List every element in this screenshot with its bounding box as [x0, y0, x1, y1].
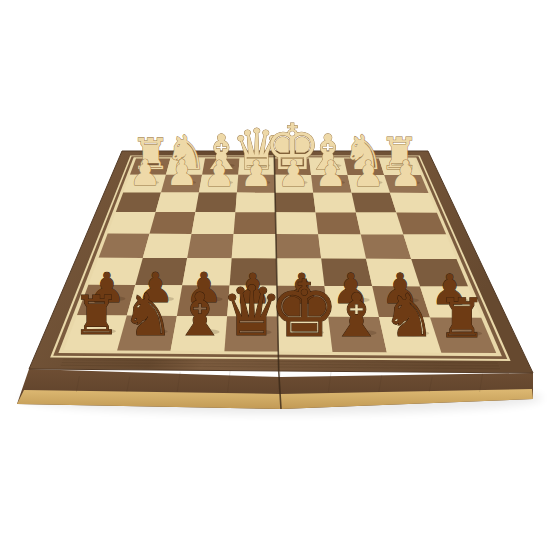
piece-light-pawn[interactable]: ♟ — [203, 153, 235, 194]
square-r4-c4[interactable] — [276, 234, 321, 259]
square-r3-c6[interactable] — [356, 213, 404, 235]
square-r2-c1[interactable] — [156, 193, 199, 213]
square-r3-c1[interactable] — [150, 212, 196, 234]
piece-light-pawn[interactable]: ♟ — [240, 153, 272, 194]
piece-light-pawn[interactable]: ♟ — [390, 153, 422, 194]
piece-dark-king[interactable]: ♚ — [269, 264, 339, 354]
square-r4-c6[interactable] — [361, 234, 411, 259]
piece-light-pawn[interactable]: ♟ — [129, 152, 161, 193]
square-r4-c5[interactable] — [318, 234, 366, 259]
square-r3-c0[interactable] — [108, 212, 156, 234]
square-r3-c2[interactable] — [192, 212, 236, 234]
piece-light-pawn[interactable]: ♟ — [352, 153, 384, 194]
square-r3-c3[interactable] — [234, 212, 276, 234]
piece-light-pawn[interactable]: ♟ — [278, 153, 310, 194]
piece-dark-knight[interactable]: ♞ — [122, 281, 174, 349]
square-r3-c5[interactable] — [316, 212, 361, 234]
square-r2-c3[interactable] — [235, 193, 275, 213]
square-r4-c2[interactable] — [187, 234, 233, 258]
piece-dark-rook[interactable]: ♜ — [72, 285, 120, 347]
piece-dark-rook[interactable]: ♜ — [438, 287, 486, 350]
piece-dark-knight[interactable]: ♞ — [383, 281, 436, 350]
square-r2-c6[interactable] — [352, 193, 397, 213]
piece-dark-bishop[interactable]: ♝ — [330, 281, 384, 350]
square-r4-c1[interactable] — [143, 234, 192, 258]
piece-light-pawn[interactable]: ♟ — [315, 153, 347, 194]
square-r2-c0[interactable] — [116, 192, 161, 212]
square-r3-c4[interactable] — [275, 212, 318, 234]
square-r2-c4[interactable] — [275, 193, 316, 213]
piece-light-pawn[interactable]: ♟ — [166, 152, 198, 193]
product-photo: ♜♞♝♛♚♝♞♜♟♟♟♟♟♟♟♟♟♟♟♟♟♟♟♟♜♞♝♛♚♝♞♜ — [0, 0, 550, 550]
chess-set-photo: ♜♞♝♛♚♝♞♜♟♟♟♟♟♟♟♟♟♟♟♟♟♟♟♟♜♞♝♛♚♝♞♜ — [0, 0, 550, 550]
square-r4-c3[interactable] — [232, 234, 277, 258]
piece-dark-bishop[interactable]: ♝ — [173, 280, 226, 349]
square-r2-c5[interactable] — [313, 193, 356, 213]
square-r2-c2[interactable] — [195, 193, 237, 213]
